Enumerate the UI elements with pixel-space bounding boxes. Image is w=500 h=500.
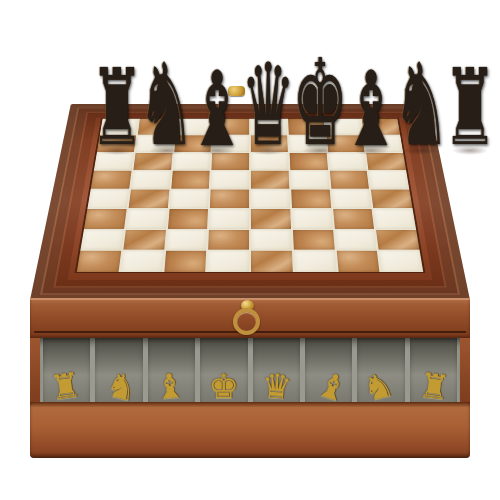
square-g2[interactable] xyxy=(334,230,376,250)
back-rank-square: ♞ xyxy=(141,106,191,150)
gold-knight[interactable]: ♞ xyxy=(360,370,396,404)
square-b3[interactable] xyxy=(126,209,168,228)
gold-rook[interactable]: ♜ xyxy=(48,371,82,402)
square-g1[interactable] xyxy=(336,251,379,272)
back-rank-pieces: ♜♞♝♛♚♝♞♜ xyxy=(93,0,387,150)
square-e5[interactable] xyxy=(251,171,289,189)
square-h2[interactable] xyxy=(376,230,419,250)
square-c2[interactable] xyxy=(166,230,208,250)
square-d1[interactable] xyxy=(207,251,249,272)
square-e4[interactable] xyxy=(251,190,290,209)
drawer-compartment: ♜ xyxy=(43,338,90,402)
square-a2[interactable] xyxy=(80,230,123,250)
drawer-compartment: ♞ xyxy=(357,338,404,402)
drawer-compartment: ♛ xyxy=(253,338,300,402)
gold-queen[interactable]: ♛ xyxy=(261,372,293,401)
square-d5[interactable] xyxy=(211,171,249,189)
square-d3[interactable] xyxy=(209,209,249,228)
open-drawer: ♜♞♝♚♛♝♞♜ xyxy=(30,338,470,402)
square-d4[interactable] xyxy=(210,190,249,209)
drawer-compartment: ♝ xyxy=(305,338,352,402)
drawer-compartment: ♜ xyxy=(410,338,457,402)
gold-bishop[interactable]: ♝ xyxy=(154,372,187,402)
drawer-compartment: ♞ xyxy=(95,338,142,402)
square-b4[interactable] xyxy=(128,190,169,209)
square-f2[interactable] xyxy=(293,230,335,250)
dark-queen[interactable]: ♛ xyxy=(241,62,295,150)
gold-king[interactable]: ♚ xyxy=(209,373,239,400)
square-g3[interactable] xyxy=(333,209,375,228)
square-f1[interactable] xyxy=(294,251,337,272)
square-b2[interactable] xyxy=(123,230,165,250)
square-c3[interactable] xyxy=(168,209,209,228)
square-b1[interactable] xyxy=(120,251,163,272)
drawer-compartment: ♝ xyxy=(148,338,195,402)
chess-set-photo: ♜♞♝♛♚♝♞♜ ♜♞♝♚♛♝♞♜ xyxy=(0,0,500,500)
square-g5[interactable] xyxy=(329,171,369,189)
square-a3[interactable] xyxy=(84,209,126,228)
square-f3[interactable] xyxy=(292,209,333,228)
square-f4[interactable] xyxy=(291,190,331,209)
square-f5[interactable] xyxy=(290,171,329,189)
square-g4[interactable] xyxy=(331,190,372,209)
drawer-front-panel[interactable] xyxy=(30,402,470,458)
ring-pull-icon[interactable] xyxy=(233,308,260,335)
square-h5[interactable] xyxy=(369,171,410,189)
back-rank-square: ♜ xyxy=(93,108,141,150)
square-e3[interactable] xyxy=(251,209,291,228)
square-c1[interactable] xyxy=(164,251,207,272)
back-rank-square: ♛ xyxy=(242,105,294,150)
square-h1[interactable] xyxy=(379,251,423,272)
square-a4[interactable] xyxy=(88,190,129,209)
square-d2[interactable] xyxy=(208,230,249,250)
back-rank-square: ♚ xyxy=(294,105,346,150)
dark-king[interactable]: ♚ xyxy=(292,57,348,150)
square-e1[interactable] xyxy=(251,251,293,272)
gold-knight[interactable]: ♞ xyxy=(104,370,140,404)
drawer-compartment: ♚ xyxy=(200,338,247,402)
square-a1[interactable] xyxy=(77,251,121,272)
square-h3[interactable] xyxy=(374,209,416,228)
drawer-tray: ♜♞♝♚♛♝♞♜ xyxy=(40,338,460,402)
dark-bishop[interactable]: ♝ xyxy=(186,69,247,150)
square-h4[interactable] xyxy=(371,190,412,209)
square-a5[interactable] xyxy=(91,171,132,189)
back-rank-square: ♝ xyxy=(346,106,396,150)
square-c5[interactable] xyxy=(171,171,210,189)
gold-rook[interactable]: ♜ xyxy=(418,371,452,402)
dark-rook[interactable]: ♜ xyxy=(443,68,497,150)
square-e2[interactable] xyxy=(251,230,292,250)
back-rank-square: ♝ xyxy=(192,106,242,150)
square-b5[interactable] xyxy=(131,171,171,189)
back-rank-square: ♞ xyxy=(396,106,446,150)
dark-knight[interactable]: ♞ xyxy=(392,62,450,150)
square-c4[interactable] xyxy=(169,190,209,209)
back-rank-square: ♜ xyxy=(446,108,494,150)
gold-bishop[interactable]: ♝ xyxy=(313,369,350,404)
